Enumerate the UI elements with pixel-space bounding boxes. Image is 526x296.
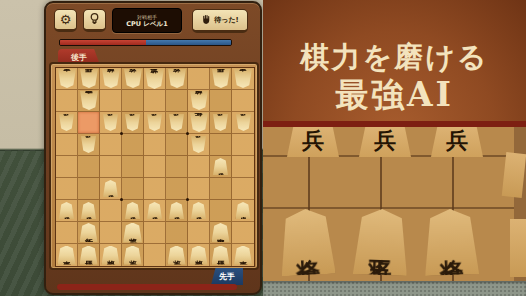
eval-sente-segment — [146, 40, 232, 45]
board-cell[interactable] — [100, 156, 122, 178]
matta-button[interactable]: 待った! — [192, 9, 248, 33]
hoshi-dot — [186, 132, 189, 135]
board-cell-highlighted[interactable] — [78, 112, 100, 134]
board-cell[interactable] — [122, 178, 144, 200]
board-cell[interactable] — [144, 90, 166, 112]
board-cell[interactable] — [166, 222, 188, 244]
gear-icon: ⚙ — [60, 13, 72, 26]
board-cell[interactable] — [166, 90, 188, 112]
piece-gote-角行[interactable]: 角行 — [190, 113, 208, 132]
photo-piece-gold-right: 金将 — [423, 208, 479, 276]
board-cell[interactable]: 歩兵 — [122, 112, 144, 134]
piece-gote-歩兵[interactable]: 歩兵 — [213, 114, 228, 131]
board-cell[interactable] — [210, 90, 232, 112]
board-cell[interactable] — [210, 178, 232, 200]
board-cell[interactable] — [122, 90, 144, 112]
piece-gote-桂馬[interactable]: 桂馬 — [80, 69, 98, 88]
photo-board-line — [263, 207, 526, 209]
piece-sente-飛車[interactable]: 飛車 — [212, 223, 230, 242]
board-cell[interactable] — [100, 134, 122, 156]
piece-sente-角行[interactable]: 角行 — [80, 223, 98, 242]
board-cell[interactable]: 銀将 — [188, 90, 210, 112]
board-cell[interactable] — [122, 156, 144, 178]
piece-sente-歩兵[interactable]: 歩兵 — [147, 202, 162, 219]
piece-sente-歩兵[interactable]: 歩兵 — [103, 180, 118, 197]
board-cell[interactable] — [188, 68, 210, 90]
sente-tab-label: 先手 — [219, 271, 235, 282]
screenshot: ⚙ 対戦相手 CPU レベル1 — [0, 0, 526, 296]
piece-gote-歩兵[interactable]: 歩兵 — [59, 114, 74, 131]
piece-sente-金将[interactable]: 金将 — [168, 246, 186, 265]
board-cell[interactable]: 歩兵 — [100, 112, 122, 134]
board-cell[interactable] — [210, 134, 232, 156]
piece-sente-銀将[interactable]: 銀将 — [102, 246, 120, 265]
board-cell[interactable]: 歩兵 — [56, 112, 78, 134]
board-cell[interactable] — [188, 178, 210, 200]
piece-gote-歩兵[interactable]: 歩兵 — [103, 114, 118, 131]
piece-sente-歩兵[interactable]: 歩兵 — [59, 202, 74, 219]
board-cell[interactable]: 歩兵 — [210, 112, 232, 134]
piece-gote-銀将[interactable]: 銀将 — [102, 69, 120, 88]
piece-gote-金将[interactable]: 金将 — [124, 69, 142, 88]
board-cell[interactable] — [56, 134, 78, 156]
piece-gote-銀将[interactable]: 銀将 — [190, 91, 208, 110]
promo-headline-line1: 棋力を磨ける — [300, 39, 488, 75]
photo-partial-piece — [502, 152, 526, 198]
promo-headline-line2: 最強AI — [335, 75, 454, 121]
piece-gote-香車[interactable]: 香車 — [58, 69, 76, 88]
board-cell[interactable] — [100, 222, 122, 244]
board-cell[interactable]: 歩兵 — [144, 112, 166, 134]
board-cell[interactable]: 金将 — [166, 244, 188, 266]
piece-sente-歩兵[interactable]: 歩兵 — [125, 202, 140, 219]
board-cell[interactable]: 桂馬 — [78, 244, 100, 266]
eval-gote-segment — [60, 40, 146, 45]
board-frame: 香車桂馬銀将金将玉将金将桂馬香車飛車銀将歩兵歩兵歩兵歩兵歩兵角行歩兵歩兵歩兵歩兵… — [49, 62, 259, 270]
eval-bar — [59, 39, 232, 46]
hand-icon — [201, 10, 212, 29]
promo-photo: 兵 兵 兵 金将 王将 金将 — [263, 127, 526, 281]
board-cell[interactable]: 香車 — [232, 244, 254, 266]
board-cell[interactable] — [122, 134, 144, 156]
photo-piece-pawn: 兵 — [431, 127, 483, 157]
board-cell[interactable] — [56, 156, 78, 178]
piece-gote-飛車[interactable]: 飛車 — [80, 91, 98, 110]
board-cell[interactable]: 歩兵 — [144, 200, 166, 222]
piece-sente-歩兵[interactable]: 歩兵 — [213, 158, 228, 175]
board-cell[interactable]: 歩兵 — [78, 134, 100, 156]
board-cell[interactable]: 角行 — [188, 112, 210, 134]
board-cell[interactable]: 歩兵 — [56, 200, 78, 222]
board-cell[interactable] — [232, 178, 254, 200]
piece-sente-歩兵[interactable]: 歩兵 — [169, 202, 184, 219]
board-cell[interactable]: 桂馬 — [210, 244, 232, 266]
promo-panel: 棋力を磨ける 最強AI 兵 兵 兵 金将 王将 金将 — [263, 0, 526, 296]
photo-piece-king: 王将 — [353, 208, 409, 276]
piece-gote-金将[interactable]: 金将 — [168, 69, 186, 88]
sente-tab: 先手 — [211, 268, 243, 285]
board-cell[interactable]: 王将 — [122, 222, 144, 244]
board-cell[interactable]: 香車 — [56, 68, 78, 90]
board-cell[interactable]: 桂馬 — [210, 68, 232, 90]
board-cell[interactable] — [56, 90, 78, 112]
piece-sente-歩兵[interactable]: 歩兵 — [81, 202, 96, 219]
board-cell[interactable] — [232, 134, 254, 156]
board-cell[interactable]: 歩兵 — [166, 200, 188, 222]
board-cell[interactable]: 歩兵 — [188, 200, 210, 222]
board-cell[interactable]: 銀将 — [100, 68, 122, 90]
board-cell[interactable]: 金将 — [122, 244, 144, 266]
board-cell[interactable] — [188, 222, 210, 244]
piece-sente-桂馬[interactable]: 桂馬 — [80, 246, 98, 265]
lightbulb-icon — [88, 12, 101, 27]
photo-piece-pawn: 兵 — [359, 127, 411, 157]
piece-sente-金将[interactable]: 金将 — [124, 246, 142, 265]
board-cell[interactable] — [144, 156, 166, 178]
board-cell[interactable]: 歩兵 — [122, 200, 144, 222]
board-cell[interactable] — [78, 178, 100, 200]
board-cell[interactable]: 桂馬 — [78, 68, 100, 90]
board-cell[interactable]: 飛車 — [210, 222, 232, 244]
hoshi-dot — [120, 132, 123, 135]
piece-sente-銀将[interactable]: 銀将 — [190, 246, 208, 265]
matta-label: 待った! — [214, 15, 239, 25]
board-cell[interactable] — [188, 156, 210, 178]
board-cell[interactable] — [210, 200, 232, 222]
board-cell[interactable]: 香車 — [232, 68, 254, 90]
piece-gote-歩兵[interactable]: 歩兵 — [191, 136, 206, 153]
piece-sente-桂馬[interactable]: 桂馬 — [212, 246, 230, 265]
opponent-value: CPU レベル1 — [126, 20, 168, 28]
board-cell[interactable]: 歩兵 — [100, 178, 122, 200]
piece-sente-王将[interactable]: 王将 — [123, 223, 142, 243]
piece-gote-歩兵[interactable]: 歩兵 — [125, 114, 140, 131]
piece-gote-玉将[interactable]: 玉将 — [145, 69, 164, 89]
board-cell[interactable] — [166, 178, 188, 200]
board-cell[interactable] — [56, 178, 78, 200]
photo-floor — [263, 281, 526, 296]
board-cell[interactable] — [232, 90, 254, 112]
piece-gote-桂馬[interactable]: 桂馬 — [212, 69, 230, 88]
board-cell[interactable]: 飛車 — [78, 90, 100, 112]
piece-gote-歩兵[interactable]: 歩兵 — [147, 114, 162, 131]
gote-tab-label: 後手 — [71, 52, 87, 63]
opponent-panel: 対戦相手 CPU レベル1 — [112, 8, 182, 33]
board-cell[interactable]: 金将 — [122, 68, 144, 90]
piece-gote-歩兵[interactable]: 歩兵 — [169, 114, 184, 131]
board-cell[interactable]: 歩兵 — [78, 200, 100, 222]
hint-button[interactable] — [83, 9, 106, 32]
piece-sente-歩兵[interactable]: 歩兵 — [236, 202, 251, 219]
board-cell[interactable]: 歩兵 — [188, 134, 210, 156]
board-cell[interactable]: 銀将 — [100, 244, 122, 266]
board-cell[interactable]: 歩兵 — [232, 200, 254, 222]
photo-piece-pawn: 兵 — [287, 127, 339, 157]
board-cell[interactable] — [144, 244, 166, 266]
piece-sente-香車[interactable]: 香車 — [58, 246, 76, 265]
board-cell[interactable]: 歩兵 — [166, 112, 188, 134]
board-cell[interactable]: 角行 — [78, 222, 100, 244]
board-cell[interactable] — [232, 156, 254, 178]
board-cell[interactable]: 玉将 — [144, 68, 166, 90]
board-cell[interactable] — [100, 90, 122, 112]
board-cell[interactable] — [100, 200, 122, 222]
toolbar: ⚙ 対戦相手 CPU レベル1 — [54, 7, 256, 34]
board-cell[interactable]: 香車 — [56, 244, 78, 266]
board-cell[interactable] — [232, 222, 254, 244]
game-panel: ⚙ 対戦相手 CPU レベル1 — [44, 1, 262, 295]
board-cell[interactable]: 歩兵 — [232, 112, 254, 134]
photo-partial-piece — [510, 219, 526, 277]
piece-sente-香車[interactable]: 香車 — [234, 246, 252, 265]
hoshi-dot — [186, 198, 189, 201]
piece-gote-歩兵[interactable]: 歩兵 — [236, 114, 251, 131]
board-cell[interactable] — [144, 178, 166, 200]
piece-sente-歩兵[interactable]: 歩兵 — [191, 202, 206, 219]
board-cell[interactable] — [144, 222, 166, 244]
shogi-board: 香車桂馬銀将金将玉将金将桂馬香車飛車銀将歩兵歩兵歩兵歩兵歩兵角行歩兵歩兵歩兵歩兵… — [55, 67, 255, 267]
board-cell[interactable] — [56, 222, 78, 244]
promo-headline: 棋力を磨ける 最強AI — [263, 0, 526, 121]
board-cell[interactable] — [144, 134, 166, 156]
board-cell[interactable]: 銀将 — [188, 244, 210, 266]
settings-button[interactable]: ⚙ — [54, 9, 77, 32]
board-cell[interactable] — [78, 156, 100, 178]
board-cell[interactable] — [166, 156, 188, 178]
hoshi-dot — [120, 198, 123, 201]
photo-piece-gold-left: 金将 — [278, 208, 335, 277]
piece-gote-香車[interactable]: 香車 — [234, 69, 252, 88]
bottom-red-strip — [57, 284, 237, 290]
board-cell[interactable] — [166, 134, 188, 156]
piece-gote-歩兵[interactable]: 歩兵 — [81, 136, 96, 153]
board-cell[interactable]: 歩兵 — [210, 156, 232, 178]
board-cell[interactable]: 金将 — [166, 68, 188, 90]
